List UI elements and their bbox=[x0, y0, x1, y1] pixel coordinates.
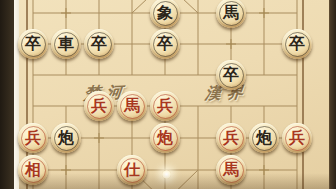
piece-glyph: 卒 bbox=[223, 67, 239, 83]
piece-glyph: 炮 bbox=[256, 130, 272, 146]
piece-red-advisor[interactable]: 仕 bbox=[117, 155, 147, 185]
piece-glyph: 象 bbox=[157, 5, 173, 21]
piece-glyph: 相 bbox=[25, 162, 41, 178]
piece-red-horse[interactable]: 馬 bbox=[117, 91, 147, 121]
move-highlight-dot bbox=[162, 170, 171, 179]
piece-black-pawn[interactable]: 卒 bbox=[18, 29, 48, 59]
piece-glyph: 馬 bbox=[124, 98, 140, 114]
left-bezel bbox=[0, 0, 14, 189]
piece-glyph: 炮 bbox=[58, 130, 74, 146]
piece-glyph: 兵 bbox=[25, 130, 41, 146]
piece-black-chariot[interactable]: 車 bbox=[51, 29, 81, 59]
piece-black-pawn[interactable]: 卒 bbox=[216, 60, 246, 90]
piece-red-pawn[interactable]: 兵 bbox=[150, 91, 180, 121]
piece-glyph: 馬 bbox=[223, 162, 239, 178]
xiangqi-app-screen: 楚河 漢界 象馬卒車卒卒卒卒兵馬兵兵炮炮兵炮兵相仕馬 bbox=[0, 0, 336, 189]
piece-red-pawn[interactable]: 兵 bbox=[18, 123, 48, 153]
piece-red-pawn[interactable]: 兵 bbox=[216, 123, 246, 153]
piece-black-cannon[interactable]: 炮 bbox=[249, 123, 279, 153]
piece-red-pawn[interactable]: 兵 bbox=[84, 91, 114, 121]
piece-glyph: 卒 bbox=[157, 36, 173, 52]
piece-glyph: 兵 bbox=[91, 98, 107, 114]
right-bezel bbox=[329, 0, 336, 189]
piece-glyph: 兵 bbox=[289, 130, 305, 146]
piece-glyph: 兵 bbox=[157, 98, 173, 114]
piece-glyph: 卒 bbox=[91, 36, 107, 52]
piece-black-pawn[interactable]: 卒 bbox=[282, 29, 312, 59]
piece-red-elephant[interactable]: 相 bbox=[18, 155, 48, 185]
piece-glyph: 卒 bbox=[289, 36, 305, 52]
xiangqi-board[interactable]: 楚河 漢界 象馬卒車卒卒卒卒兵馬兵兵炮炮兵炮兵相仕馬 bbox=[19, 0, 329, 189]
piece-glyph: 兵 bbox=[223, 130, 239, 146]
piece-red-pawn[interactable]: 兵 bbox=[282, 123, 312, 153]
piece-black-pawn[interactable]: 卒 bbox=[84, 29, 114, 59]
piece-glyph: 車 bbox=[58, 36, 74, 52]
piece-glyph: 卒 bbox=[25, 36, 41, 52]
piece-glyph: 仕 bbox=[124, 162, 140, 178]
piece-red-horse[interactable]: 馬 bbox=[216, 155, 246, 185]
piece-black-pawn[interactable]: 卒 bbox=[150, 29, 180, 59]
piece-black-cannon[interactable]: 炮 bbox=[51, 123, 81, 153]
piece-glyph: 馬 bbox=[223, 5, 239, 21]
piece-red-cannon[interactable]: 炮 bbox=[150, 123, 180, 153]
piece-glyph: 炮 bbox=[157, 130, 173, 146]
